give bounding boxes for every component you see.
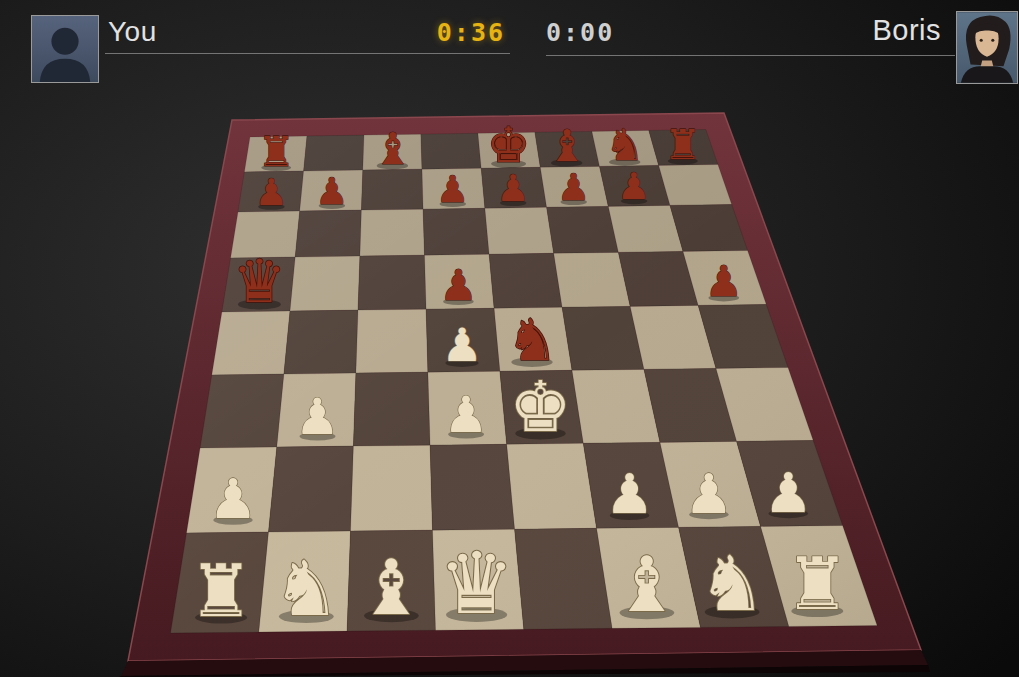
piece-black-knight-e4[interactable]: ♞ — [506, 307, 558, 374]
piece-white-pawn-f2[interactable]: ♟ — [605, 462, 654, 526]
piece-black-queen-a5[interactable]: ♛ — [233, 247, 286, 316]
piece-black-king-e8[interactable]: ♚ — [487, 117, 531, 173]
piece-white-king-e3[interactable]: ♚ — [509, 366, 572, 448]
piece-black-pawn-d5[interactable]: ♟ — [439, 261, 477, 310]
piece-black-pawn-b7[interactable]: ♟ — [315, 170, 348, 213]
you-name: You — [108, 16, 157, 48]
chess-board-3d: ♜♝♚♝♞♜♟♟♟♟♟♟♛♟♟♟♞♟♟♚♟♟♟♟♜♞♝♛♝♞♜ — [0, 0, 1019, 677]
boris-name: Boris — [872, 14, 941, 47]
piece-white-bishop-c1[interactable]: ♝ — [357, 543, 425, 632]
piece-black-pawn-d7[interactable]: ♟ — [436, 168, 469, 211]
piece-white-rook-h1[interactable]: ♜ — [785, 542, 850, 626]
boris-underline — [546, 55, 955, 56]
you-underline — [105, 53, 510, 54]
piece-white-queen-d1[interactable]: ♛ — [438, 534, 514, 633]
piece-black-pawn-a7[interactable]: ♟ — [255, 171, 288, 214]
piece-black-bishop-f8[interactable]: ♝ — [547, 121, 586, 171]
boris-avatar — [956, 11, 1018, 84]
piece-black-knight-g8[interactable]: ♞ — [605, 120, 644, 170]
piece-white-knight-b1[interactable]: ♞ — [272, 544, 340, 633]
piece-white-pawn-g2[interactable]: ♟ — [684, 462, 733, 526]
piece-black-pawn-g7[interactable]: ♟ — [618, 165, 651, 208]
piece-white-bishop-f1[interactable]: ♝ — [613, 540, 681, 629]
piece-black-rook-h8[interactable]: ♜ — [664, 121, 701, 169]
piece-white-pawn-d4[interactable]: ♟ — [441, 318, 482, 372]
you-avatar — [31, 15, 99, 83]
piece-white-pawn-h2[interactable]: ♟ — [764, 461, 813, 525]
piece-white-rook-a1[interactable]: ♜ — [189, 549, 254, 633]
piece-black-pawn-h5[interactable]: ♟ — [705, 257, 743, 306]
piece-black-pawn-f7[interactable]: ♟ — [557, 166, 590, 209]
piece-black-pawn-e7[interactable]: ♟ — [497, 167, 530, 210]
piece-black-bishop-c8[interactable]: ♝ — [373, 124, 412, 174]
piece-black-rook-a8[interactable]: ♜ — [258, 128, 295, 176]
piece-white-pawn-a2[interactable]: ♟ — [208, 467, 257, 531]
piece-white-pawn-b3[interactable]: ♟ — [295, 388, 340, 446]
piece-white-pawn-d3[interactable]: ♟ — [444, 386, 489, 444]
player-bar: You 0:36 0:00 Boris — [0, 0, 1019, 90]
piece-white-knight-g1[interactable]: ♞ — [698, 539, 766, 628]
boris-clock: 0:00 — [546, 18, 614, 47]
you-clock: 0:36 — [375, 18, 505, 47]
boris-portrait-icon — [957, 12, 1017, 83]
person-silhouette-icon — [32, 16, 98, 82]
